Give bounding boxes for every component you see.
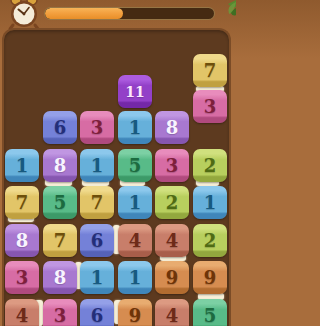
number-tile-9[interactable]: 9 [193, 261, 227, 294]
number-tile-3[interactable]: 3 [155, 149, 189, 182]
number-tile-6[interactable]: 6 [43, 111, 77, 144]
top-bar [0, 0, 236, 28]
number-tile-1[interactable]: 1 [118, 186, 152, 219]
number-tile-7[interactable]: 7 [5, 186, 39, 219]
number-tile-4[interactable]: 4 [5, 299, 39, 326]
number-tile-8[interactable]: 8 [43, 261, 77, 294]
timer-progress-bar [44, 7, 215, 20]
number-tile-9[interactable]: 9 [118, 299, 152, 326]
number-tile-1[interactable]: 1 [5, 149, 39, 182]
number-tile-8[interactable]: 8 [155, 111, 189, 144]
number-tile-9[interactable]: 9 [155, 261, 189, 294]
game-board[interactable]: 63181815327571218764423811994369451173 [2, 28, 231, 326]
number-tile-8[interactable]: 8 [43, 149, 77, 182]
number-tile-1[interactable]: 1 [118, 261, 152, 294]
leaf-decoration-icon [220, 0, 236, 22]
number-tile-7[interactable]: 7 [193, 54, 227, 87]
number-tile-2[interactable]: 2 [193, 149, 227, 182]
number-tile-1[interactable]: 1 [193, 186, 227, 219]
number-tile-1[interactable]: 1 [118, 111, 152, 144]
number-tile-3[interactable]: 3 [193, 90, 227, 123]
number-tile-1[interactable]: 1 [80, 149, 114, 182]
number-tile-4[interactable]: 4 [118, 224, 152, 257]
number-tile-8[interactable]: 8 [5, 224, 39, 257]
number-tile-6[interactable]: 6 [80, 224, 114, 257]
number-tile-3[interactable]: 3 [80, 111, 114, 144]
number-tile-2[interactable]: 2 [193, 224, 227, 257]
number-tile-11[interactable]: 11 [118, 75, 152, 108]
number-tile-1[interactable]: 1 [80, 261, 114, 294]
number-tile-6[interactable]: 6 [80, 299, 114, 326]
game-screen: { "game": "number-merge-drop-puzzle", "h… [0, 0, 236, 326]
timer-progress-fill [45, 8, 123, 19]
number-tile-5[interactable]: 5 [193, 299, 227, 326]
number-tile-5[interactable]: 5 [118, 149, 152, 182]
number-tile-3[interactable]: 3 [43, 299, 77, 326]
number-tile-2[interactable]: 2 [155, 186, 189, 219]
number-tile-7[interactable]: 7 [80, 186, 114, 219]
number-tile-5[interactable]: 5 [43, 186, 77, 219]
number-tile-3[interactable]: 3 [5, 261, 39, 294]
number-tile-4[interactable]: 4 [155, 299, 189, 326]
number-tile-7[interactable]: 7 [43, 224, 77, 257]
number-tile-4[interactable]: 4 [155, 224, 189, 257]
